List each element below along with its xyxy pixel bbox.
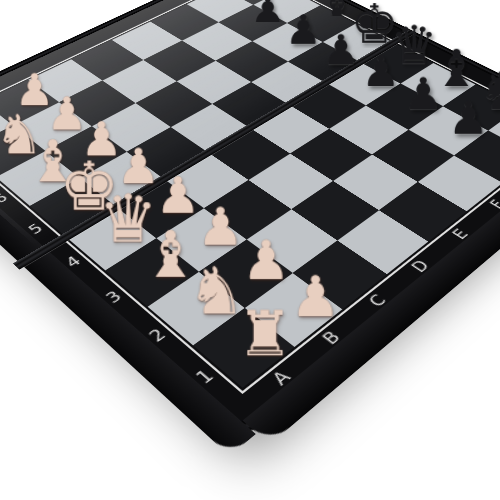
product-photo: ♜♟♟♜♞♟♟♞♝♟♟♝♚♟♟♚♛♟♟♛♝♟♟♝♞♟♟♞♜♟♟♜ 1234567… bbox=[0, 0, 500, 500]
piece-anchor-a1: ♜ bbox=[239, 344, 291, 385]
black-pawn-g6: ♟ bbox=[285, 10, 321, 51]
black-pawn-g2: ♟ bbox=[448, 95, 489, 141]
piece-anchor-b1: ♟ bbox=[291, 307, 339, 345]
white-rook-a1: ♜ bbox=[237, 302, 293, 364]
white-pawn-b4: ♟ bbox=[155, 170, 200, 220]
board-grid: ♜♟♟♜♞♟♟♞♝♟♟♝♚♟♟♚♛♟♟♛♝♟♟♝♞♟♟♞♜♟♟♜ bbox=[0, 0, 500, 388]
black-pawn-g1: ♟ bbox=[495, 120, 500, 167]
black-pawn-g5: ♟ bbox=[322, 29, 359, 71]
black-pawn-g3: ♟ bbox=[403, 72, 443, 116]
white-pawn-b1: ♟ bbox=[290, 269, 341, 325]
white-pawn-b2: ♟ bbox=[242, 233, 291, 287]
black-pawn-g8: ♟ bbox=[217, 0, 251, 12]
white-pawn-b3: ♟ bbox=[197, 201, 244, 253]
black-pawn-g4: ♟ bbox=[361, 50, 400, 93]
black-pawn-g7: ♟ bbox=[250, 0, 285, 31]
chess-board: ♜♟♟♜♞♟♟♞♝♟♟♝♚♟♟♚♛♟♟♛♝♟♟♝♞♟♟♞♜♟♟♜ 1234567… bbox=[0, 0, 500, 430]
